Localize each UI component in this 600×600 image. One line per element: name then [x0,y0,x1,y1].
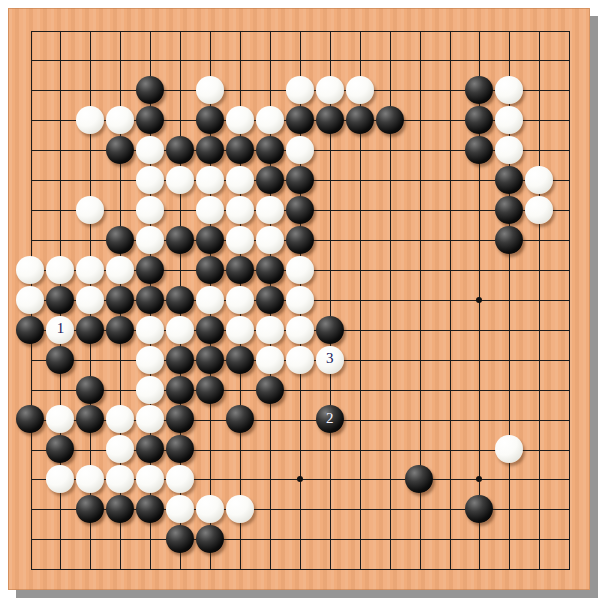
intersection [225,404,255,434]
intersection [16,315,46,345]
intersection [494,75,524,105]
intersection [255,255,285,285]
intersection [225,195,255,225]
intersection [255,165,285,195]
white-stone[interactable] [495,106,523,134]
go-game-screenshot: 132 [0,0,600,600]
black-stone[interactable] [136,495,164,523]
white-stone[interactable] [226,495,254,523]
black-stone[interactable] [256,136,284,164]
intersection [255,105,285,135]
intersection [195,165,225,195]
black-stone[interactable] [346,106,374,134]
intersection [45,464,75,494]
intersection [135,434,165,464]
white-stone[interactable] [226,316,254,344]
intersection [255,195,285,225]
intersection [195,375,225,405]
intersection [105,434,135,464]
intersection [225,165,255,195]
white-stone[interactable] [226,226,254,254]
black-stone[interactable] [106,136,134,164]
white-stone[interactable] [226,196,254,224]
intersection [225,494,255,524]
white-stone[interactable] [196,495,224,523]
white-stone[interactable] [256,226,284,254]
intersection [135,255,165,285]
black-stone[interactable] [226,136,254,164]
intersection [135,464,165,494]
white-stone[interactable] [76,106,104,134]
white-stone[interactable] [166,465,194,493]
intersection [225,315,255,345]
black-stone[interactable] [465,136,493,164]
go-board[interactable]: 132 [8,8,590,590]
intersection [195,255,225,285]
intersection [315,105,345,135]
intersection [105,255,135,285]
black-stone[interactable] [405,465,433,493]
black-stone[interactable] [106,495,134,523]
white-stone[interactable] [136,226,164,254]
intersection [165,375,195,405]
white-stone[interactable] [16,256,44,284]
black-stone[interactable] [495,166,523,194]
intersection [315,75,345,105]
intersection [75,195,105,225]
intersection [165,464,195,494]
intersection [285,285,315,315]
black-stone[interactable] [196,136,224,164]
black-stone[interactable] [286,226,314,254]
white-stone[interactable] [196,196,224,224]
white-stone[interactable] [136,346,164,374]
intersection [494,135,524,165]
intersection [105,494,135,524]
intersection [135,404,165,434]
black-stone[interactable] [286,196,314,224]
intersection [345,105,375,135]
white-stone[interactable] [196,76,224,104]
white-stone[interactable] [106,256,134,284]
intersection [195,105,225,135]
move-number-label: 1 [57,321,65,336]
black-stone[interactable] [46,435,74,463]
white-stone[interactable] [106,405,134,433]
intersection [195,315,225,345]
intersection [165,165,195,195]
intersection [105,285,135,315]
intersection [135,345,165,375]
white-stone[interactable] [286,316,314,344]
intersection [494,195,524,225]
black-stone[interactable] [106,316,134,344]
black-stone[interactable] [316,316,344,344]
intersection [165,315,195,345]
black-stone[interactable] [256,286,284,314]
white-stone[interactable] [166,495,194,523]
white-stone[interactable] [16,286,44,314]
white-stone[interactable] [286,286,314,314]
intersection [45,345,75,375]
white-stone[interactable] [136,405,164,433]
white-stone[interactable] [525,166,553,194]
black-stone[interactable] [166,405,194,433]
intersection [225,105,255,135]
intersection [75,464,105,494]
intersection [285,165,315,195]
black-stone[interactable] [166,346,194,374]
white-stone[interactable] [166,316,194,344]
intersection [105,315,135,345]
intersection [165,434,195,464]
black-stone[interactable] [495,226,523,254]
intersection [75,375,105,405]
white-stone[interactable] [286,346,314,374]
intersection [16,255,46,285]
intersection [285,315,315,345]
white-stone[interactable] [136,196,164,224]
intersection [494,225,524,255]
white-stone[interactable] [196,286,224,314]
white-stone[interactable] [286,76,314,104]
white-stone[interactable] [136,316,164,344]
black-stone[interactable]: 2 [316,405,344,433]
intersection [45,285,75,315]
black-stone[interactable] [316,106,344,134]
intersection [464,494,494,524]
intersection: 1 [45,315,75,345]
white-stone[interactable] [106,435,134,463]
white-stone[interactable] [256,106,284,134]
intersection [165,225,195,255]
black-stone[interactable] [196,525,224,553]
black-stone[interactable] [46,286,74,314]
intersection [255,285,285,315]
white-stone[interactable]: 3 [316,346,344,374]
intersection [225,255,255,285]
intersection [195,195,225,225]
white-stone[interactable] [226,166,254,194]
intersection [464,135,494,165]
intersection [195,285,225,315]
white-stone[interactable] [495,136,523,164]
intersection [45,404,75,434]
move-number-label: 3 [326,351,334,366]
intersection [285,345,315,375]
black-stone[interactable] [136,106,164,134]
intersection [195,494,225,524]
intersection [195,135,225,165]
intersection [195,75,225,105]
intersection [464,105,494,135]
black-stone[interactable] [166,286,194,314]
black-stone[interactable] [196,316,224,344]
intersection [285,105,315,135]
intersection [345,75,375,105]
black-stone[interactable] [465,495,493,523]
black-stone[interactable] [166,435,194,463]
intersection [165,285,195,315]
black-stone[interactable] [196,376,224,404]
black-stone[interactable] [376,106,404,134]
intersection [165,404,195,434]
intersection [195,225,225,255]
intersection [135,165,165,195]
intersection [165,494,195,524]
black-stone[interactable] [286,106,314,134]
intersection [45,434,75,464]
black-stone[interactable] [136,76,164,104]
black-stone[interactable] [196,346,224,374]
intersection [135,225,165,255]
intersection [105,225,135,255]
board-grid[interactable]: 132 [16,16,585,585]
intersection [135,315,165,345]
intersection [75,315,105,345]
white-stone[interactable] [76,196,104,224]
black-stone[interactable] [226,346,254,374]
white-stone[interactable] [136,465,164,493]
intersection [315,315,345,345]
white-stone[interactable] [226,286,254,314]
white-stone[interactable] [46,256,74,284]
intersection [75,404,105,434]
black-stone[interactable] [256,166,284,194]
white-stone[interactable] [286,256,314,284]
black-stone[interactable] [226,256,254,284]
black-stone[interactable] [196,226,224,254]
black-stone[interactable] [196,256,224,284]
intersection [135,494,165,524]
white-stone[interactable] [76,286,104,314]
black-stone[interactable] [256,376,284,404]
black-stone[interactable] [16,316,44,344]
intersection [404,464,434,494]
black-stone[interactable] [76,316,104,344]
intersection [255,225,285,255]
black-stone[interactable] [136,435,164,463]
white-stone[interactable] [495,435,523,463]
black-stone[interactable] [106,226,134,254]
white-stone[interactable] [316,76,344,104]
black-stone[interactable] [465,76,493,104]
white-stone[interactable] [346,76,374,104]
intersection [225,285,255,315]
intersection: 3 [315,345,345,375]
intersection [105,105,135,135]
white-stone[interactable] [256,346,284,374]
white-stone[interactable] [136,166,164,194]
white-stone[interactable] [136,376,164,404]
white-stone[interactable] [136,136,164,164]
intersection [135,375,165,405]
intersection [524,165,554,195]
intersection [285,195,315,225]
white-stone[interactable] [256,196,284,224]
intersection: 2 [315,404,345,434]
black-stone[interactable] [76,376,104,404]
move-number-label: 2 [326,411,334,426]
intersection [195,524,225,554]
black-stone[interactable] [226,405,254,433]
white-stone[interactable] [46,405,74,433]
intersection [255,345,285,375]
intersection [165,135,195,165]
intersection [16,285,46,315]
intersection [255,375,285,405]
intersection [105,404,135,434]
black-stone[interactable] [136,286,164,314]
intersection [464,75,494,105]
intersection [494,105,524,135]
intersection [16,404,46,434]
intersection [285,75,315,105]
black-stone[interactable] [76,405,104,433]
intersection [75,494,105,524]
white-stone[interactable] [166,166,194,194]
black-stone[interactable] [495,196,523,224]
white-stone[interactable] [76,256,104,284]
intersection [225,345,255,375]
white-stone[interactable] [256,316,284,344]
intersection [105,135,135,165]
black-stone[interactable] [106,286,134,314]
intersection [135,135,165,165]
intersection [135,105,165,135]
intersection [75,255,105,285]
intersection [135,195,165,225]
white-stone[interactable] [106,106,134,134]
white-stone[interactable] [76,465,104,493]
intersection [135,75,165,105]
intersection [494,165,524,195]
black-stone[interactable] [465,106,493,134]
intersection [75,105,105,135]
black-stone[interactable] [166,376,194,404]
intersection [285,225,315,255]
intersection [45,255,75,285]
black-stone[interactable] [166,136,194,164]
intersection [524,195,554,225]
black-stone[interactable] [76,495,104,523]
white-stone[interactable] [46,465,74,493]
intersection [255,315,285,345]
intersection [285,255,315,285]
intersection [195,345,225,375]
intersection [105,464,135,494]
black-stone[interactable] [46,346,74,374]
intersection [375,105,405,135]
black-stone[interactable] [256,256,284,284]
white-stone[interactable] [196,166,224,194]
intersection [165,524,195,554]
intersection [255,135,285,165]
white-stone[interactable] [495,76,523,104]
intersection [494,434,524,464]
white-stone[interactable] [525,196,553,224]
black-stone[interactable] [286,166,314,194]
intersection [225,225,255,255]
black-stone[interactable] [166,226,194,254]
black-stone[interactable] [136,256,164,284]
black-stone[interactable] [166,525,194,553]
black-stone[interactable] [16,405,44,433]
black-stone[interactable] [196,106,224,134]
white-stone[interactable] [286,136,314,164]
intersection [75,285,105,315]
intersection [135,285,165,315]
intersection [165,345,195,375]
white-stone[interactable] [226,106,254,134]
white-stone[interactable]: 1 [46,316,74,344]
intersection [225,135,255,165]
intersection [285,135,315,165]
white-stone[interactable] [106,465,134,493]
